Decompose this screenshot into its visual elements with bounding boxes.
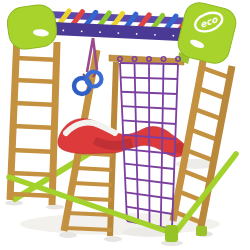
corner-foot <box>165 225 178 242</box>
gym-rings <box>74 38 102 94</box>
product-image: eco <box>0 0 250 250</box>
left-end-panel <box>5 3 58 51</box>
product-photo-svg: eco <box>0 0 250 250</box>
